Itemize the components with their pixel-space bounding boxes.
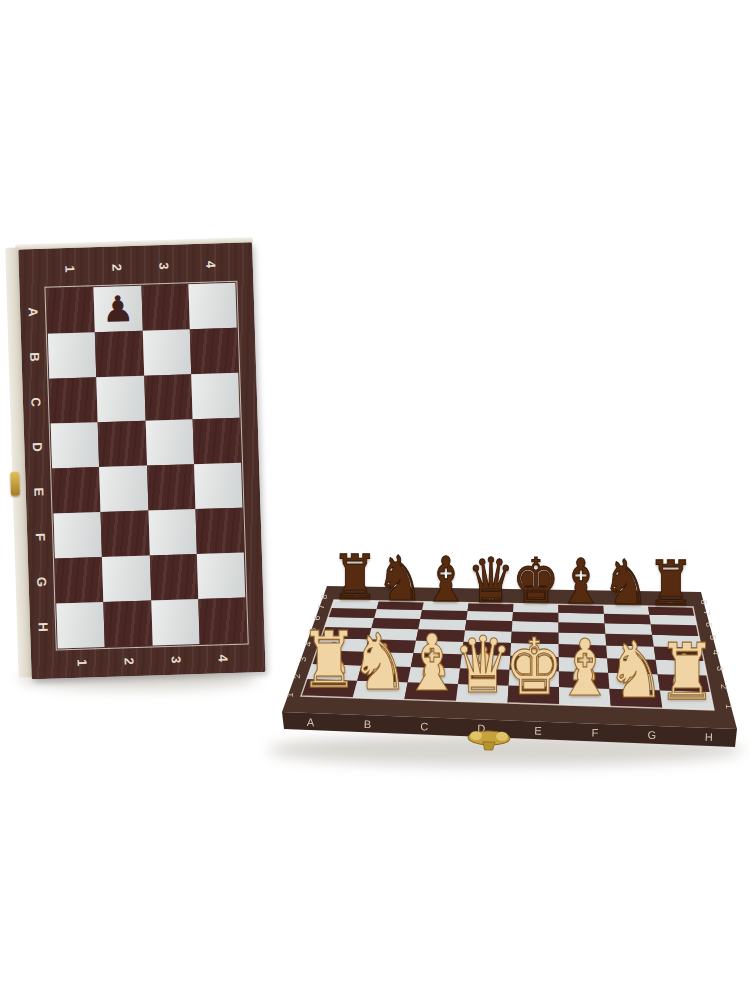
square-h6 xyxy=(651,624,699,636)
square-d1 xyxy=(456,684,509,703)
rank-label-left-8: 8 xyxy=(319,594,329,599)
square-a3 xyxy=(312,650,365,665)
square-g5 xyxy=(605,634,653,647)
rank-label-right-6: 6 xyxy=(704,622,714,627)
file-label-g: G xyxy=(647,729,656,741)
square-g3 xyxy=(607,658,657,674)
far-file-label-h: H xyxy=(668,599,673,606)
far-file-label-a: A xyxy=(354,592,359,599)
square-e7 xyxy=(512,612,558,622)
rank-label-right-7: 7 xyxy=(702,610,712,615)
rank-label-left-5: 5 xyxy=(308,628,318,633)
square-f2 xyxy=(559,671,610,688)
square-b7 xyxy=(374,609,422,619)
square-b1 xyxy=(353,681,408,700)
square-c4 xyxy=(414,641,464,655)
square-f4 xyxy=(559,644,608,658)
rank-label-left-6: 6 xyxy=(312,615,322,620)
square-c1 xyxy=(404,682,458,701)
square-a5 xyxy=(321,627,372,639)
square-g1 xyxy=(609,689,662,709)
far-file-label-b: B xyxy=(399,593,403,600)
square-a6 xyxy=(325,617,375,628)
square-c3 xyxy=(411,653,462,668)
square-d7 xyxy=(466,611,513,621)
rank-label-right-1: 1 xyxy=(724,704,734,709)
far-file-label-c: C xyxy=(444,594,449,601)
open-board: ABCDEFGH1122334455667788ABCDEFGH xyxy=(0,0,750,1000)
file-label-a: A xyxy=(307,716,315,728)
rank-label-left-1: 1 xyxy=(285,693,295,698)
square-e3 xyxy=(510,656,559,672)
square-e6 xyxy=(512,621,559,633)
square-c7 xyxy=(420,610,467,620)
square-e4 xyxy=(510,643,558,657)
square-a4 xyxy=(317,638,369,652)
file-label-h: H xyxy=(705,731,713,743)
square-b3 xyxy=(361,652,413,667)
square-d4 xyxy=(462,642,511,656)
rank-label-right-5: 5 xyxy=(708,635,718,640)
file-label-e: E xyxy=(534,725,542,737)
rank-label-left-3: 3 xyxy=(298,657,308,662)
square-d3 xyxy=(460,654,510,670)
square-b4 xyxy=(365,639,416,653)
square-a2 xyxy=(307,664,362,681)
square-h3 xyxy=(656,660,707,676)
file-label-f: F xyxy=(591,727,598,739)
rank-label-left-7: 7 xyxy=(316,604,326,609)
square-e5 xyxy=(511,632,559,645)
rank-label-right-2: 2 xyxy=(719,684,729,689)
square-e1 xyxy=(508,686,560,705)
square-d5 xyxy=(464,630,512,643)
square-e2 xyxy=(509,670,559,687)
rank-label-left-2: 2 xyxy=(292,674,302,679)
square-b5 xyxy=(369,628,419,640)
square-c5 xyxy=(416,629,465,642)
rank-label-right-8: 8 xyxy=(699,599,709,604)
square-a7 xyxy=(328,608,377,618)
square-d2 xyxy=(458,668,509,685)
far-file-label-f: F xyxy=(579,597,583,604)
square-f3 xyxy=(559,657,608,673)
file-label-b: B xyxy=(364,718,372,730)
far-file-label-d: D xyxy=(488,595,493,602)
square-g7 xyxy=(604,614,651,624)
square-b2 xyxy=(357,665,411,682)
square-c2 xyxy=(408,667,460,684)
square-h1 xyxy=(660,690,714,710)
square-g6 xyxy=(605,623,653,635)
square-h2 xyxy=(658,674,711,692)
square-d6 xyxy=(465,620,512,631)
square-f1 xyxy=(559,687,611,706)
square-c6 xyxy=(418,619,466,630)
file-label-c: C xyxy=(420,720,428,732)
square-h4 xyxy=(654,647,704,661)
far-file-label-g: G xyxy=(623,598,628,605)
far-file-label-e: E xyxy=(533,596,538,603)
square-a1 xyxy=(301,679,357,698)
square-f5 xyxy=(559,633,607,646)
rank-label-right-3: 3 xyxy=(715,666,725,671)
rank-label-right-4: 4 xyxy=(711,650,721,655)
square-b6 xyxy=(372,618,421,629)
square-h5 xyxy=(652,635,701,648)
square-h7 xyxy=(649,615,696,626)
square-g4 xyxy=(606,645,655,659)
square-f7 xyxy=(558,613,604,623)
square-g2 xyxy=(608,673,660,691)
square-f6 xyxy=(559,622,606,634)
rank-label-left-4: 4 xyxy=(303,641,313,646)
